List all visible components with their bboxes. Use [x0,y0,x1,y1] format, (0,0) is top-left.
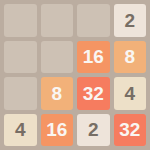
tile-16-r4c2: 16 [41,114,74,147]
tile-8-r2c4: 8 [114,41,147,74]
tile-2-r4c3: 2 [77,114,110,147]
2048-board[interactable]: 21688324416232 [0,0,150,150]
tile-4-r3c4: 4 [114,77,147,110]
empty-cell-r2c1 [4,41,37,74]
tile-8-r3c2: 8 [41,77,74,110]
empty-cell-r2c2 [41,41,74,74]
tile-2-r1c4: 2 [114,4,147,37]
empty-cell-r1c3 [77,4,110,37]
empty-cell-r3c1 [4,77,37,110]
empty-cell-r1c2 [41,4,74,37]
empty-cell-r1c1 [4,4,37,37]
tile-4-r4c1: 4 [4,114,37,147]
tile-16-r2c3: 16 [77,41,110,74]
tile-32-r4c4: 32 [114,114,147,147]
tile-32-r3c3: 32 [77,77,110,110]
